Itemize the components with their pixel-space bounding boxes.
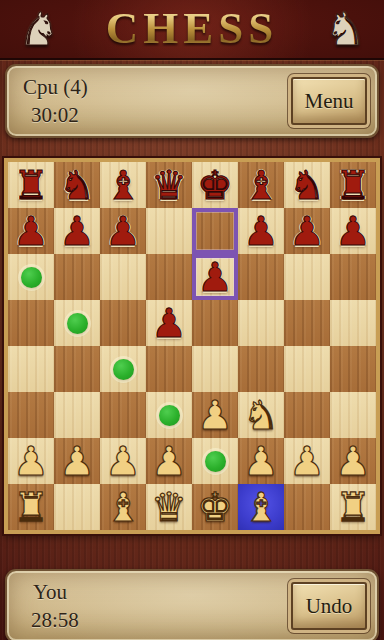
white-pawn-a2[interactable]: ♟ [8,438,54,484]
menu-button[interactable]: Menu [291,77,367,125]
square-h3[interactable] [330,392,376,438]
white-pawn-c2[interactable]: ♟ [100,438,146,484]
white-bishop-f1[interactable]: ♝ [238,484,284,530]
square-e2[interactable] [192,438,238,484]
square-f5[interactable] [238,300,284,346]
black-knight-g8[interactable]: ♞ [284,162,330,208]
square-b2[interactable]: ♟ [54,438,100,484]
square-a1[interactable]: ♜ [8,484,54,530]
square-e7[interactable] [192,208,238,254]
black-bishop-f8[interactable]: ♝ [238,162,284,208]
square-a2[interactable]: ♟ [8,438,54,484]
square-d8[interactable]: ♛ [146,162,192,208]
square-f8[interactable]: ♝ [238,162,284,208]
cpu-clock: 30:02 [31,103,79,128]
square-c2[interactable]: ♟ [100,438,146,484]
square-c5[interactable] [100,300,146,346]
square-h5[interactable] [330,300,376,346]
square-h4[interactable] [330,346,376,392]
square-a6[interactable] [8,254,54,300]
square-h1[interactable]: ♜ [330,484,376,530]
white-pawn-f2[interactable]: ♟ [238,438,284,484]
square-g8[interactable]: ♞ [284,162,330,208]
square-a4[interactable] [8,346,54,392]
cpu-player-label: Cpu (4) [23,75,88,100]
square-h7[interactable]: ♟ [330,208,376,254]
square-f4[interactable] [238,346,284,392]
black-king-e8[interactable]: ♚ [192,162,238,208]
white-rook-h1[interactable]: ♜ [330,484,376,530]
square-b8[interactable]: ♞ [54,162,100,208]
black-knight-b8[interactable]: ♞ [54,162,100,208]
white-bishop-c1[interactable]: ♝ [100,484,146,530]
square-h8[interactable]: ♜ [330,162,376,208]
square-f6[interactable] [238,254,284,300]
black-rook-h8[interactable]: ♜ [330,162,376,208]
square-g1[interactable] [284,484,330,530]
black-rook-a8[interactable]: ♜ [8,162,54,208]
black-pawn-f7[interactable]: ♟ [238,208,284,254]
square-b6[interactable] [54,254,100,300]
knight-logo-right-icon: ♞ [318,1,372,55]
square-b7[interactable]: ♟ [54,208,100,254]
chess-board: ♜♞♝♛♚♝♞♜♟♟♟♟♟♟♟♟♟♞♟♟♟♟♟♟♟♜♝♛♚♝♜ [8,162,376,530]
square-a3[interactable] [8,392,54,438]
square-d1[interactable]: ♛ [146,484,192,530]
app-banner: ♞ CHESS ♞ [0,0,384,60]
square-b5[interactable] [54,300,100,346]
white-queen-d1[interactable]: ♛ [146,484,192,530]
square-d5[interactable]: ♟ [146,300,192,346]
square-g5[interactable] [284,300,330,346]
white-rook-a1[interactable]: ♜ [8,484,54,530]
square-e3[interactable]: ♟ [192,392,238,438]
square-c4[interactable] [100,346,146,392]
black-bishop-c8[interactable]: ♝ [100,162,146,208]
board-frame: ♜♞♝♛♚♝♞♜♟♟♟♟♟♟♟♟♟♞♟♟♟♟♟♟♟♜♝♛♚♝♜ [4,158,380,534]
square-a5[interactable] [8,300,54,346]
legal-move-dot-c4[interactable] [113,359,134,380]
legal-move-dot-e2[interactable] [205,451,226,472]
black-pawn-d5[interactable]: ♟ [146,300,192,346]
square-g6[interactable] [284,254,330,300]
square-b1[interactable] [54,484,100,530]
square-d3[interactable] [146,392,192,438]
square-c6[interactable] [100,254,146,300]
square-c8[interactable]: ♝ [100,162,146,208]
square-b3[interactable] [54,392,100,438]
white-pawn-d2[interactable]: ♟ [146,438,192,484]
black-pawn-a7[interactable]: ♟ [8,208,54,254]
square-c3[interactable] [100,392,146,438]
white-pawn-g2[interactable]: ♟ [284,438,330,484]
square-g4[interactable] [284,346,330,392]
square-a7[interactable]: ♟ [8,208,54,254]
black-queen-d8[interactable]: ♛ [146,162,192,208]
white-king-e1[interactable]: ♚ [192,484,238,530]
white-knight-f3[interactable]: ♞ [238,392,284,438]
legal-move-dot-d3[interactable] [159,405,180,426]
square-f7[interactable]: ♟ [238,208,284,254]
square-d7[interactable] [146,208,192,254]
white-pawn-b2[interactable]: ♟ [54,438,100,484]
square-e8[interactable]: ♚ [192,162,238,208]
legal-move-dot-a6[interactable] [21,267,42,288]
square-c7[interactable]: ♟ [100,208,146,254]
square-e4[interactable] [192,346,238,392]
legal-move-dot-b5[interactable] [67,313,88,334]
player-status-panel: You 28:58 Undo [5,569,379,640]
black-pawn-c7[interactable]: ♟ [100,208,146,254]
square-d4[interactable] [146,346,192,392]
square-h6[interactable] [330,254,376,300]
square-g3[interactable] [284,392,330,438]
white-pawn-h2[interactable]: ♟ [330,438,376,484]
cpu-status-panel: Cpu (4) 30:02 Menu [5,64,379,138]
undo-button[interactable]: Undo [291,582,367,630]
square-e6[interactable]: ♟ [192,254,238,300]
square-d2[interactable]: ♟ [146,438,192,484]
square-d6[interactable] [146,254,192,300]
white-pawn-e3[interactable]: ♟ [192,392,238,438]
black-pawn-h7[interactable]: ♟ [330,208,376,254]
black-pawn-e6[interactable]: ♟ [192,254,238,300]
square-h2[interactable]: ♟ [330,438,376,484]
square-f2[interactable]: ♟ [238,438,284,484]
you-player-label: You [33,580,67,605]
square-f1[interactable]: ♝ [238,484,284,530]
square-g2[interactable]: ♟ [284,438,330,484]
square-b4[interactable] [54,346,100,392]
you-clock: 28:58 [31,608,79,633]
square-f3[interactable]: ♞ [238,392,284,438]
black-pawn-g7[interactable]: ♟ [284,208,330,254]
square-g7[interactable]: ♟ [284,208,330,254]
square-e5[interactable] [192,300,238,346]
square-e1[interactable]: ♚ [192,484,238,530]
square-a8[interactable]: ♜ [8,162,54,208]
square-c1[interactable]: ♝ [100,484,146,530]
black-pawn-b7[interactable]: ♟ [54,208,100,254]
